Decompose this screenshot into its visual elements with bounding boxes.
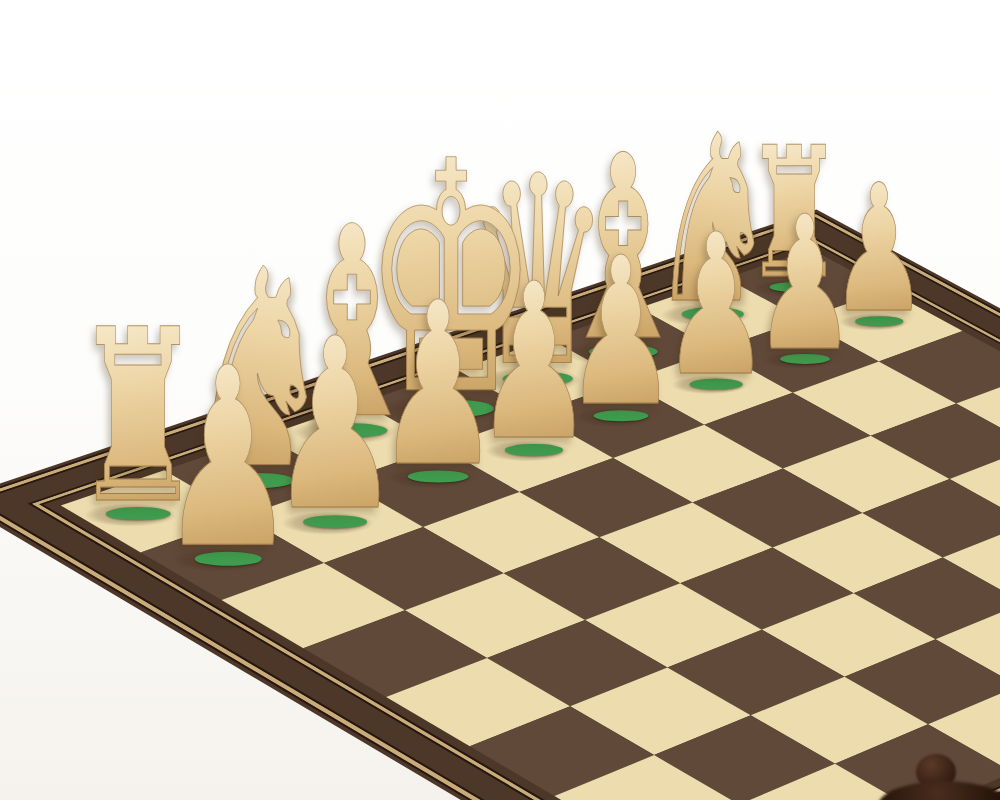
chessboard[interactable] (0, 0, 1000, 800)
chess-set-photo: ♜♞♟♝♟♛♟♚♟♝♟♟♞♜♟♟ (0, 0, 1000, 800)
